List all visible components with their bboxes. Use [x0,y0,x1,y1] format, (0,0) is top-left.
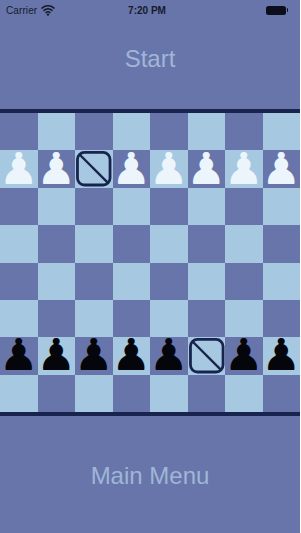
square-a2[interactable]: ♟ [0,337,38,374]
clock: 7:20 PM [128,5,166,16]
black-pawn: ♟ [113,337,151,373]
square-b6[interactable] [38,188,76,225]
status-bar-right [166,6,294,15]
square-g6[interactable] [225,188,263,225]
square-d6[interactable] [113,188,151,225]
square-c7[interactable] [75,150,113,187]
square-g2[interactable]: ♟ [225,337,263,374]
square-a6[interactable] [0,188,38,225]
square-f7[interactable]: ♟ [188,150,226,187]
square-b4[interactable] [38,263,76,300]
square-a8[interactable] [0,113,38,150]
blocked-square-icon [188,337,226,374]
white-pawn: ♟ [0,150,38,186]
square-c2[interactable]: ♟ [75,337,113,374]
status-bar: Carrier 7:20 PM [0,0,300,20]
square-e5[interactable] [150,225,188,262]
square-h1[interactable] [263,375,301,412]
square-b7[interactable]: ♟ [38,150,76,187]
square-a4[interactable] [0,263,38,300]
square-d8[interactable] [113,113,151,150]
square-g7[interactable]: ♟ [225,150,263,187]
square-d5[interactable] [113,225,151,262]
black-pawn: ♟ [38,337,76,373]
square-f2[interactable] [188,337,226,374]
square-g8[interactable] [225,113,263,150]
square-c4[interactable] [75,263,113,300]
square-f1[interactable] [188,375,226,412]
square-g3[interactable] [225,300,263,337]
square-e3[interactable] [150,300,188,337]
square-e1[interactable] [150,375,188,412]
black-pawn: ♟ [225,337,263,373]
square-e4[interactable] [150,263,188,300]
square-b3[interactable] [38,300,76,337]
white-pawn: ♟ [150,150,188,186]
square-b8[interactable] [38,113,76,150]
chess-board: ♟♟♟♟♟♟♟♟♟♟♟♟♟♟ [0,109,300,416]
square-c1[interactable] [75,375,113,412]
white-pawn: ♟ [188,150,226,186]
square-c5[interactable] [75,225,113,262]
square-h7[interactable]: ♟ [263,150,301,187]
blocked-square-icon [75,150,113,187]
battery-icon [266,6,288,15]
square-d1[interactable] [113,375,151,412]
square-f8[interactable] [188,113,226,150]
square-h6[interactable] [263,188,301,225]
white-pawn: ♟ [113,150,151,186]
square-f4[interactable] [188,263,226,300]
square-g4[interactable] [225,263,263,300]
square-h4[interactable] [263,263,301,300]
square-a5[interactable] [0,225,38,262]
square-b5[interactable] [38,225,76,262]
start-button[interactable]: Start [0,45,300,73]
square-e2[interactable]: ♟ [150,337,188,374]
square-e6[interactable] [150,188,188,225]
black-pawn: ♟ [0,337,38,373]
square-h5[interactable] [263,225,301,262]
square-a3[interactable] [0,300,38,337]
square-d2[interactable]: ♟ [113,337,151,374]
app-screen: Carrier 7:20 PM Start ♟♟♟♟♟♟♟♟♟♟♟♟♟♟ Mai… [0,0,300,533]
carrier-label: Carrier [6,5,37,16]
square-b2[interactable]: ♟ [38,337,76,374]
square-h2[interactable]: ♟ [263,337,301,374]
main-menu-button[interactable]: Main Menu [0,462,300,490]
square-h3[interactable] [263,300,301,337]
wifi-icon [41,5,55,16]
white-pawn: ♟ [38,150,76,186]
square-g1[interactable] [225,375,263,412]
status-bar-left: Carrier [6,5,128,16]
square-e8[interactable] [150,113,188,150]
square-f5[interactable] [188,225,226,262]
white-pawn: ♟ [263,150,301,186]
black-pawn: ♟ [150,337,188,373]
white-pawn: ♟ [225,150,263,186]
black-pawn: ♟ [75,337,113,373]
square-g5[interactable] [225,225,263,262]
square-f6[interactable] [188,188,226,225]
square-c6[interactable] [75,188,113,225]
square-f3[interactable] [188,300,226,337]
square-a7[interactable]: ♟ [0,150,38,187]
square-b1[interactable] [38,375,76,412]
square-d3[interactable] [113,300,151,337]
square-d4[interactable] [113,263,151,300]
square-c3[interactable] [75,300,113,337]
square-e7[interactable]: ♟ [150,150,188,187]
square-d7[interactable]: ♟ [113,150,151,187]
square-c8[interactable] [75,113,113,150]
black-pawn: ♟ [263,337,301,373]
square-a1[interactable] [0,375,38,412]
square-h8[interactable] [263,113,301,150]
